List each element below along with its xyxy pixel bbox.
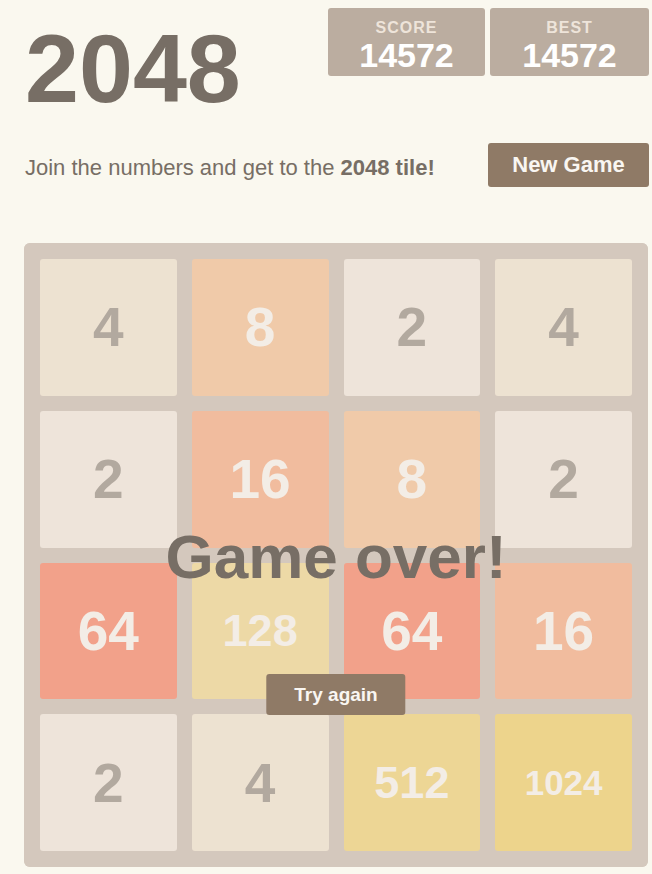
new-game-button[interactable]: New Game	[488, 143, 649, 187]
best-label: BEST	[490, 19, 649, 36]
intro-text: Join the numbers and get to the 2048 til…	[25, 154, 435, 181]
score-value: 14572	[328, 36, 485, 74]
page: 2048 SCORE 14572 BEST 14572 Join the num…	[0, 0, 652, 874]
game-board: 482421682641286416245121024 Game over! T…	[24, 243, 648, 867]
game-over-message: Game over!	[24, 526, 648, 588]
best-value: 14572	[490, 36, 649, 74]
score-label: SCORE	[328, 19, 485, 36]
score-box: SCORE 14572	[328, 8, 485, 76]
intro-text-goal: 2048 tile!	[341, 155, 435, 180]
app-title: 2048	[25, 20, 241, 117]
intro-text-plain: Join the numbers and get to the	[25, 155, 341, 180]
best-box: BEST 14572	[490, 8, 649, 76]
game-over-overlay: Game over! Try again	[24, 243, 648, 867]
try-again-button[interactable]: Try again	[266, 674, 405, 715]
